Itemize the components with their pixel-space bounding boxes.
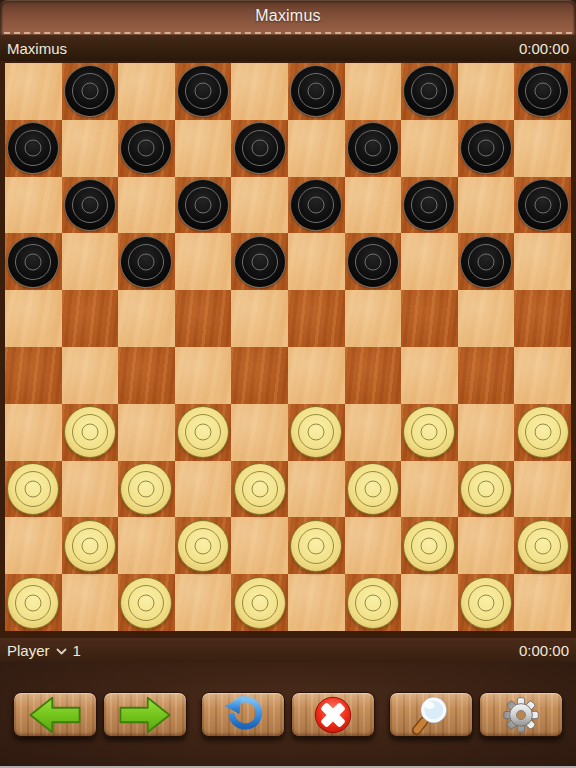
white-man-piece[interactable] [347,577,399,629]
square-9-4[interactable] [231,574,288,631]
square-5-9[interactable] [514,347,571,404]
square-5-4[interactable] [231,347,288,404]
square-5-1[interactable] [62,347,119,404]
square-7-5[interactable] [288,461,345,518]
square-0-8[interactable] [458,63,515,120]
player-clock: 0:00:00 [519,642,569,659]
square-0-1[interactable] [62,63,119,120]
square-4-2[interactable] [118,290,175,347]
square-8-1[interactable] [62,517,119,574]
square-1-0[interactable] [5,120,62,177]
black-man-piece[interactable] [7,236,59,288]
white-man-piece[interactable] [290,406,342,458]
refresh-button[interactable] [201,692,285,737]
square-0-5[interactable] [288,63,345,120]
magnifier-icon [411,695,451,735]
nav-button-group [13,692,187,737]
square-4-6[interactable] [345,290,402,347]
white-man-piece[interactable] [7,577,59,629]
square-6-1[interactable] [62,404,119,461]
square-8-2[interactable] [118,517,175,574]
square-7-9[interactable] [514,461,571,518]
square-9-7[interactable] [401,574,458,631]
black-man-piece[interactable] [234,236,286,288]
square-1-1[interactable] [62,120,119,177]
square-6-7[interactable] [401,404,458,461]
arrow-right-icon [116,695,174,735]
square-6-6[interactable] [345,404,402,461]
square-1-9[interactable] [514,120,571,177]
close-button[interactable] [291,692,375,737]
close-icon [313,695,353,735]
black-man-piece[interactable] [290,179,342,231]
square-7-3[interactable] [175,461,232,518]
black-man-piece[interactable] [120,122,172,174]
square-7-6[interactable] [345,461,402,518]
zoom-button[interactable] [389,692,473,737]
opponent-clock: 0:00:00 [519,40,569,57]
toolbar-dock [0,662,576,768]
square-4-3[interactable] [175,290,232,347]
square-5-2[interactable] [118,347,175,404]
square-3-3[interactable] [175,233,232,290]
black-man-piece[interactable] [177,179,229,231]
square-8-3[interactable] [175,517,232,574]
square-4-5[interactable] [288,290,345,347]
black-man-piece[interactable] [7,122,59,174]
square-6-5[interactable] [288,404,345,461]
checkers-board [0,61,576,638]
tool-button-group [389,692,563,737]
white-man-piece[interactable] [64,406,116,458]
opponent-name: Maximus [7,40,67,57]
square-1-4[interactable] [231,120,288,177]
square-3-2[interactable] [118,233,175,290]
square-5-0[interactable] [5,347,62,404]
settings-button[interactable] [479,692,563,737]
square-8-9[interactable] [514,517,571,574]
square-2-9[interactable] [514,177,571,234]
square-3-8[interactable] [458,233,515,290]
refresh-icon [223,695,263,735]
square-4-0[interactable] [5,290,62,347]
square-1-5[interactable] [288,120,345,177]
square-6-0[interactable] [5,404,62,461]
square-2-6[interactable] [345,177,402,234]
square-1-8[interactable] [458,120,515,177]
square-0-0[interactable] [5,63,62,120]
square-7-1[interactable] [62,461,119,518]
square-5-7[interactable] [401,347,458,404]
white-man-piece[interactable] [120,463,172,515]
black-man-piece[interactable] [120,236,172,288]
arrow-left-icon [26,695,84,735]
square-9-1[interactable] [62,574,119,631]
square-2-1[interactable] [62,177,119,234]
square-8-8[interactable] [458,517,515,574]
black-man-piece[interactable] [460,122,512,174]
white-man-piece[interactable] [64,520,116,572]
black-man-piece[interactable] [290,65,342,117]
square-1-7[interactable] [401,120,458,177]
white-man-piece[interactable] [517,520,569,572]
square-6-2[interactable] [118,404,175,461]
square-7-8[interactable] [458,461,515,518]
square-5-3[interactable] [175,347,232,404]
square-0-4[interactable] [231,63,288,120]
square-8-5[interactable] [288,517,345,574]
square-3-0[interactable] [5,233,62,290]
square-4-9[interactable] [514,290,571,347]
player-number: 1 [73,642,81,659]
square-2-3[interactable] [175,177,232,234]
player-label: Player [7,642,50,659]
square-6-8[interactable] [458,404,515,461]
square-4-4[interactable] [231,290,288,347]
opponent-info-bar: Maximus 0:00:00 [0,35,576,61]
square-6-3[interactable] [175,404,232,461]
square-3-5[interactable] [288,233,345,290]
square-0-2[interactable] [118,63,175,120]
gear-icon [501,695,541,735]
square-9-2[interactable] [118,574,175,631]
black-man-piece[interactable] [460,236,512,288]
square-2-7[interactable] [401,177,458,234]
square-3-7[interactable] [401,233,458,290]
square-1-3[interactable] [175,120,232,177]
leather-stitch-divider [4,32,572,34]
square-3-4[interactable] [231,233,288,290]
square-5-6[interactable] [345,347,402,404]
square-8-0[interactable] [5,517,62,574]
square-2-4[interactable] [231,177,288,234]
square-4-8[interactable] [458,290,515,347]
square-9-6[interactable] [345,574,402,631]
square-2-5[interactable] [288,177,345,234]
square-7-0[interactable] [5,461,62,518]
forward-button[interactable] [103,692,187,737]
square-9-3[interactable] [175,574,232,631]
white-man-piece[interactable] [460,577,512,629]
square-6-4[interactable] [231,404,288,461]
app-title: Maximus [0,0,576,31]
square-9-9[interactable] [514,574,571,631]
black-man-piece[interactable] [403,179,455,231]
square-8-6[interactable] [345,517,402,574]
black-man-piece[interactable] [347,122,399,174]
black-man-piece[interactable] [403,65,455,117]
square-7-7[interactable] [401,461,458,518]
square-2-2[interactable] [118,177,175,234]
square-0-7[interactable] [401,63,458,120]
window-title-bar: Maximus [0,0,576,35]
square-7-4[interactable] [231,461,288,518]
white-man-piece[interactable] [347,463,399,515]
square-0-6[interactable] [345,63,402,120]
black-man-piece[interactable] [517,65,569,117]
chevron-down-icon[interactable] [56,648,67,655]
action-button-group [201,692,375,737]
back-button[interactable] [13,692,97,737]
white-man-piece[interactable] [7,463,59,515]
square-9-5[interactable] [288,574,345,631]
black-man-piece[interactable] [347,236,399,288]
white-man-piece[interactable] [403,406,455,458]
white-man-piece[interactable] [120,577,172,629]
square-8-7[interactable] [401,517,458,574]
square-1-6[interactable] [345,120,402,177]
square-7-2[interactable] [118,461,175,518]
white-man-piece[interactable] [403,520,455,572]
black-man-piece[interactable] [234,122,286,174]
white-man-piece[interactable] [517,406,569,458]
square-1-2[interactable] [118,120,175,177]
square-5-5[interactable] [288,347,345,404]
black-man-piece[interactable] [64,65,116,117]
square-9-8[interactable] [458,574,515,631]
square-2-0[interactable] [5,177,62,234]
white-man-piece[interactable] [177,520,229,572]
square-2-8[interactable] [458,177,515,234]
checkers-app-window: Maximus Maximus 0:00:00 Player 1 0:00:00 [0,0,576,768]
black-man-piece[interactable] [177,65,229,117]
white-man-piece[interactable] [290,520,342,572]
black-man-piece[interactable] [517,179,569,231]
white-man-piece[interactable] [234,577,286,629]
square-4-7[interactable] [401,290,458,347]
square-8-4[interactable] [231,517,288,574]
white-man-piece[interactable] [177,406,229,458]
square-3-9[interactable] [514,233,571,290]
black-man-piece[interactable] [64,179,116,231]
square-3-6[interactable] [345,233,402,290]
square-0-9[interactable] [514,63,571,120]
white-man-piece[interactable] [460,463,512,515]
square-3-1[interactable] [62,233,119,290]
square-9-0[interactable] [5,574,62,631]
board-grid [5,63,571,631]
square-0-3[interactable] [175,63,232,120]
square-5-8[interactable] [458,347,515,404]
player-info-bar: Player 1 0:00:00 [0,638,576,662]
white-man-piece[interactable] [234,463,286,515]
square-4-1[interactable] [62,290,119,347]
square-6-9[interactable] [514,404,571,461]
